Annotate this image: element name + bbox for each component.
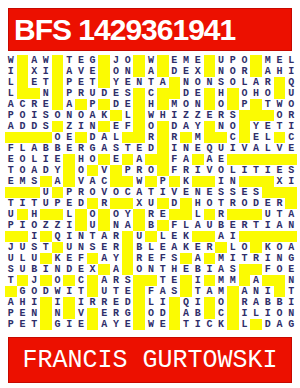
- grid-cell: P: [52, 198, 64, 209]
- block-cell: [204, 121, 216, 132]
- block-cell: [52, 99, 64, 110]
- grid-cell: S: [227, 264, 239, 275]
- grid-cell: D: [145, 143, 157, 154]
- grid-cell: I: [285, 176, 297, 187]
- block-cell: [40, 253, 52, 264]
- grid-cell: B: [192, 308, 204, 319]
- grid-cell: L: [5, 88, 17, 99]
- grid-cell: K: [180, 231, 192, 242]
- block-cell: [28, 187, 40, 198]
- grid-cell: R: [180, 165, 192, 176]
- block-cell: [17, 132, 29, 143]
- block-cell: [239, 231, 251, 242]
- grid-cell: O: [17, 154, 29, 165]
- block-cell: [227, 154, 239, 165]
- grid-cell: E: [98, 242, 110, 253]
- grid-cell: U: [145, 198, 157, 209]
- grid-cell: L: [285, 55, 297, 66]
- grid-cell: E: [122, 99, 134, 110]
- grid-cell: B: [28, 264, 40, 275]
- grid-cell: V: [75, 66, 87, 77]
- block-cell: [262, 231, 274, 242]
- grid-cell: I: [262, 308, 274, 319]
- grid-cell: O: [110, 187, 122, 198]
- grid-cell: R: [145, 209, 157, 220]
- grid-cell: S: [28, 242, 40, 253]
- grid-cell: L: [145, 242, 157, 253]
- grid-cell: F: [145, 286, 157, 297]
- grid-cell: T: [5, 198, 17, 209]
- grid-cell: E: [122, 319, 134, 330]
- grid-cell: P: [227, 55, 239, 66]
- block-cell: [63, 154, 75, 165]
- grid-cell: E: [52, 154, 64, 165]
- grid-cell: K: [52, 253, 64, 264]
- grid-cell: J: [110, 55, 122, 66]
- grid-cell: H: [274, 66, 286, 77]
- block-cell: [17, 88, 29, 99]
- block-cell: [192, 231, 204, 242]
- block-cell: [52, 209, 64, 220]
- grid-cell: R: [250, 253, 262, 264]
- grid-cell: S: [169, 286, 181, 297]
- block-cell: [40, 308, 52, 319]
- grid-cell: D: [110, 99, 122, 110]
- grid-cell: M: [169, 99, 181, 110]
- block-cell: [40, 319, 52, 330]
- grid-cell: L: [5, 77, 17, 88]
- block-cell: [204, 132, 216, 143]
- grid-cell: F: [122, 121, 134, 132]
- grid-cell: O: [215, 297, 227, 308]
- grid-cell: U: [215, 55, 227, 66]
- grid-cell: O: [110, 209, 122, 220]
- block-cell: [75, 99, 87, 110]
- block-cell: [52, 187, 64, 198]
- grid-cell: T: [63, 55, 75, 66]
- grid-cell: O: [239, 55, 251, 66]
- grid-cell: N: [133, 77, 145, 88]
- grid-cell: T: [110, 286, 122, 297]
- grid-cell: P: [87, 99, 99, 110]
- grid-cell: S: [227, 187, 239, 198]
- grid-cell: O: [133, 264, 145, 275]
- grid-cell: E: [98, 308, 110, 319]
- grid-cell: O: [227, 121, 239, 132]
- block-cell: [28, 88, 40, 99]
- block-cell: [122, 198, 134, 209]
- block-cell: [17, 77, 29, 88]
- grid-cell: L: [28, 154, 40, 165]
- block-cell: [169, 297, 181, 308]
- grid-cell: E: [169, 231, 181, 242]
- grid-cell: E: [122, 286, 134, 297]
- grid-cell: M: [215, 275, 227, 286]
- grid-cell: E: [145, 253, 157, 264]
- grid-cell: R: [75, 88, 87, 99]
- block-cell: [239, 264, 251, 275]
- grid-cell: E: [192, 55, 204, 66]
- grid-cell: L: [122, 110, 134, 121]
- grid-cell: C: [215, 308, 227, 319]
- grid-cell: I: [17, 198, 29, 209]
- grid-cell: O: [75, 165, 87, 176]
- block-cell: [133, 319, 145, 330]
- grid-cell: A: [87, 176, 99, 187]
- grid-cell: A: [180, 121, 192, 132]
- block-cell: [52, 77, 64, 88]
- grid-cell: N: [204, 77, 216, 88]
- block-cell: [17, 187, 29, 198]
- grid-cell: I: [169, 110, 181, 121]
- block-cell: [98, 209, 110, 220]
- grid-cell: M: [17, 176, 29, 187]
- grid-cell: O: [274, 264, 286, 275]
- block-cell: [204, 88, 216, 99]
- grid-cell: E: [262, 121, 274, 132]
- grid-cell: Q: [180, 297, 192, 308]
- grid-cell: A: [250, 297, 262, 308]
- grid-cell: I: [17, 220, 29, 231]
- block-cell: [262, 110, 274, 121]
- grid-cell: T: [40, 77, 52, 88]
- grid-cell: E: [133, 143, 145, 154]
- block-cell: [239, 176, 251, 187]
- block-cell: [133, 99, 145, 110]
- block-cell: [285, 198, 297, 209]
- grid-cell: A: [98, 231, 110, 242]
- grid-cell: F: [169, 165, 181, 176]
- block-cell: [274, 187, 286, 198]
- block-cell: [5, 132, 17, 143]
- block-cell: [110, 165, 122, 176]
- block-cell: [157, 143, 169, 154]
- block-cell: [274, 88, 286, 99]
- grid-cell: O: [75, 110, 87, 121]
- block-cell: [227, 209, 239, 220]
- grid-cell: A: [262, 66, 274, 77]
- grid-cell: Y: [110, 253, 122, 264]
- block-cell: [250, 209, 262, 220]
- block-cell: [262, 187, 274, 198]
- grid-cell: O: [285, 99, 297, 110]
- title-band: BFS 1429361941: [8, 8, 292, 51]
- grid-cell: Q: [285, 77, 297, 88]
- block-cell: [180, 253, 192, 264]
- block-cell: [40, 231, 52, 242]
- block-cell: [87, 198, 99, 209]
- block-cell: [204, 176, 216, 187]
- grid-cell: S: [40, 121, 52, 132]
- grid-cell: X: [87, 264, 99, 275]
- grid-cell: N: [250, 286, 262, 297]
- block-cell: [250, 319, 262, 330]
- grid-cell: S: [87, 242, 99, 253]
- grid-cell: E: [17, 308, 29, 319]
- grid-cell: E: [204, 110, 216, 121]
- block-cell: [157, 99, 169, 110]
- block-cell: [52, 88, 64, 99]
- grid-cell: L: [262, 143, 274, 154]
- grid-cell: M: [215, 253, 227, 264]
- grid-cell: N: [40, 88, 52, 99]
- grid-cell: O: [145, 165, 157, 176]
- grid-cell: E: [192, 88, 204, 99]
- grid-cell: Z: [63, 121, 75, 132]
- grid-cell: I: [192, 297, 204, 308]
- grid-cell: C: [204, 319, 216, 330]
- grid-cell: D: [17, 121, 29, 132]
- grid-cell: A: [133, 187, 145, 198]
- block-cell: [145, 231, 157, 242]
- grid-cell: R: [133, 165, 145, 176]
- grid-cell: A: [98, 319, 110, 330]
- block-cell: [98, 55, 110, 66]
- grid-cell: U: [40, 187, 52, 198]
- grid-cell: E: [40, 99, 52, 110]
- grid-cell: E: [75, 55, 87, 66]
- block-cell: [204, 231, 216, 242]
- grid-cell: U: [63, 242, 75, 253]
- grid-cell: A: [250, 143, 262, 154]
- grid-cell: N: [75, 242, 87, 253]
- grid-cell: K: [215, 319, 227, 330]
- grid-cell: K: [98, 110, 110, 121]
- grid-cell: U: [87, 220, 99, 231]
- grid-cell: E: [157, 209, 169, 220]
- grid-cell: P: [122, 165, 134, 176]
- grid-cell: O: [227, 77, 239, 88]
- block-cell: [285, 154, 297, 165]
- grid-cell: B: [40, 143, 52, 154]
- grid-cell: D: [40, 165, 52, 176]
- grid-cell: R: [145, 132, 157, 143]
- grid-cell: E: [180, 187, 192, 198]
- block-cell: [250, 66, 262, 77]
- grid-cell: B: [192, 264, 204, 275]
- grid-cell: E: [274, 165, 286, 176]
- block-cell: [52, 242, 64, 253]
- grid-cell: R: [110, 275, 122, 286]
- grid-cell: W: [145, 55, 157, 66]
- block-cell: [204, 297, 216, 308]
- block-cell: [157, 121, 169, 132]
- grid-cell: U: [28, 253, 40, 264]
- grid-cell: I: [227, 231, 239, 242]
- grid-cell: F: [169, 220, 181, 231]
- grid-cell: L: [262, 132, 274, 143]
- grid-cell: H: [75, 154, 87, 165]
- grid-cell: N: [52, 308, 64, 319]
- block-cell: [250, 176, 262, 187]
- grid-cell: F: [5, 143, 17, 154]
- grid-cell: E: [169, 275, 181, 286]
- grid-cell: L: [250, 308, 262, 319]
- block-cell: [122, 154, 134, 165]
- block-cell: [274, 154, 286, 165]
- grid-cell: I: [157, 187, 169, 198]
- block-cell: [133, 275, 145, 286]
- grid-cell: R: [133, 253, 145, 264]
- grid-cell: D: [169, 121, 181, 132]
- grid-cell: Q: [52, 231, 64, 242]
- block-cell: [180, 198, 192, 209]
- grid-cell: T: [75, 286, 87, 297]
- grid-cell: D: [75, 198, 87, 209]
- block-cell: [122, 242, 134, 253]
- grid-cell: G: [17, 286, 29, 297]
- grid-cell: A: [87, 110, 99, 121]
- grid-cell: R: [285, 110, 297, 121]
- grid-cell: Z: [180, 110, 192, 121]
- grid-cell: M: [227, 275, 239, 286]
- grid-cell: R: [227, 198, 239, 209]
- block-cell: [40, 132, 52, 143]
- grid-cell: V: [239, 143, 251, 154]
- block-cell: [227, 319, 239, 330]
- grid-cell: H: [169, 264, 181, 275]
- block-cell: [40, 209, 52, 220]
- grid-cell: E: [285, 264, 297, 275]
- grid-cell: E: [157, 242, 169, 253]
- grid-cell: I: [192, 165, 204, 176]
- grid-cell: B: [133, 242, 145, 253]
- grid-cell: A: [180, 308, 192, 319]
- block-cell: [122, 132, 134, 143]
- grid-cell: A: [133, 154, 145, 165]
- grid-cell: O: [17, 110, 29, 121]
- grid-cell: S: [28, 176, 40, 187]
- grid-cell: M: [192, 132, 204, 143]
- grid-cell: I: [63, 319, 75, 330]
- grid-cell: A: [285, 209, 297, 220]
- grid-cell: N: [274, 253, 286, 264]
- grid-cell: V: [75, 176, 87, 187]
- grid-cell: S: [227, 110, 239, 121]
- grid-cell: I: [157, 297, 169, 308]
- grid-cell: U: [5, 209, 17, 220]
- block-cell: [274, 77, 286, 88]
- block-cell: [133, 66, 145, 77]
- grid-cell: M: [215, 286, 227, 297]
- grid-cell: L: [239, 77, 251, 88]
- grid-cell: X: [28, 66, 40, 77]
- grid-cell: A: [274, 319, 286, 330]
- block-cell: [204, 253, 216, 264]
- grid-cell: Y: [110, 319, 122, 330]
- grid-cell: E: [285, 143, 297, 154]
- block-cell: [87, 319, 99, 330]
- grid-cell: D: [250, 198, 262, 209]
- grid-cell: T: [87, 231, 99, 242]
- grid-cell: A: [28, 165, 40, 176]
- grid-cell: N: [215, 121, 227, 132]
- grid-cell: N: [122, 66, 134, 77]
- grid-cell: L: [110, 132, 122, 143]
- grid-cell: O: [87, 154, 99, 165]
- grid-cell: O: [274, 242, 286, 253]
- block-cell: [227, 88, 239, 99]
- grid-cell: I: [262, 253, 274, 264]
- grid-cell: O: [227, 66, 239, 77]
- grid-cell: I: [227, 253, 239, 264]
- block-cell: [63, 275, 75, 286]
- grid-cell: R: [110, 308, 122, 319]
- grid-cell: A: [122, 220, 134, 231]
- block-cell: [262, 176, 274, 187]
- grid-cell: C: [17, 99, 29, 110]
- block-cell: [274, 132, 286, 143]
- block-cell: [239, 154, 251, 165]
- grid-cell: N: [63, 110, 75, 121]
- block-cell: [169, 319, 181, 330]
- block-cell: [110, 198, 122, 209]
- block-cell: [75, 132, 87, 143]
- grid-cell: L: [239, 319, 251, 330]
- grid-cell: V: [169, 187, 181, 198]
- grid-cell: E: [169, 55, 181, 66]
- grid-cell: U: [285, 88, 297, 99]
- block-cell: [52, 66, 64, 77]
- grid-cell: A: [250, 77, 262, 88]
- book-title: BFS 1429361941: [9, 13, 235, 47]
- grid-cell: H: [215, 88, 227, 99]
- block-cell: [239, 121, 251, 132]
- grid-cell: U: [98, 286, 110, 297]
- grid-cell: C: [227, 132, 239, 143]
- grid-cell: O: [262, 88, 274, 99]
- grid-cell: D: [157, 308, 169, 319]
- grid-cell: U: [17, 264, 29, 275]
- block-cell: [157, 220, 169, 231]
- grid-cell: Y: [110, 77, 122, 88]
- grid-cell: P: [63, 88, 75, 99]
- grid-cell: S: [110, 143, 122, 154]
- grid-cell: W: [133, 176, 145, 187]
- grid-cell: L: [17, 143, 29, 154]
- grid-cell: O: [215, 165, 227, 176]
- block-cell: [63, 165, 75, 176]
- block-cell: [110, 176, 122, 187]
- grid-cell: E: [5, 176, 17, 187]
- grid-cell: A: [5, 121, 17, 132]
- grid-cell: W: [145, 319, 157, 330]
- block-cell: [262, 275, 274, 286]
- block-cell: [285, 187, 297, 198]
- grid-cell: H: [17, 297, 29, 308]
- grid-cell: E: [274, 55, 286, 66]
- block-cell: [122, 253, 134, 264]
- grid-cell: R: [87, 297, 99, 308]
- grid-cell: Y: [192, 121, 204, 132]
- grid-cell: Q: [204, 143, 216, 154]
- block-cell: [227, 308, 239, 319]
- grid-cell: E: [204, 187, 216, 198]
- grid-cell: L: [180, 220, 192, 231]
- grid-cell: T: [28, 319, 40, 330]
- grid-cell: C: [285, 132, 297, 143]
- grid-cell: E: [63, 198, 75, 209]
- block-cell: [180, 209, 192, 220]
- grid-cell: T: [250, 220, 262, 231]
- grid-cell: A: [52, 176, 64, 187]
- grid-cell: E: [17, 319, 29, 330]
- block-cell: [75, 209, 87, 220]
- grid-cell: I: [262, 286, 274, 297]
- grid-cell: T: [250, 165, 262, 176]
- grid-cell: V: [98, 187, 110, 198]
- grid-cell: R: [204, 242, 216, 253]
